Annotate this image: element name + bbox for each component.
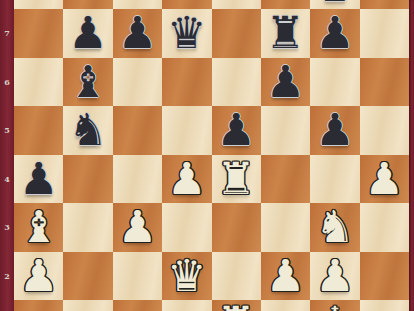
white-pawn-piece[interactable]: ♟ [310, 252, 359, 301]
square-d7[interactable]: ♛ [162, 9, 211, 58]
rank-label-4: 4 [0, 174, 14, 184]
square-f3[interactable] [261, 203, 310, 252]
square-h8[interactable] [360, 0, 409, 9]
square-g1[interactable]: ♚ [310, 300, 359, 311]
square-f8[interactable] [261, 0, 310, 9]
square-f2[interactable]: ♟ [261, 252, 310, 301]
square-c2[interactable] [113, 252, 162, 301]
white-rook-piece[interactable]: ♜ [212, 300, 261, 311]
square-a2[interactable]: ♟ [14, 252, 63, 301]
square-b6[interactable]: ♝ [63, 58, 112, 107]
square-g2[interactable]: ♟ [310, 252, 359, 301]
square-c6[interactable] [113, 58, 162, 107]
square-e3[interactable] [212, 203, 261, 252]
square-f6[interactable]: ♟ [261, 58, 310, 107]
square-c5[interactable] [113, 106, 162, 155]
white-queen-piece[interactable]: ♛ [162, 252, 211, 301]
square-d2[interactable]: ♛ [162, 252, 211, 301]
black-pawn-piece[interactable]: ♟ [113, 9, 162, 58]
rank-label-6: 6 [0, 77, 14, 87]
square-g6[interactable] [310, 58, 359, 107]
square-e2[interactable] [212, 252, 261, 301]
square-e6[interactable] [212, 58, 261, 107]
board-right-border [409, 0, 414, 311]
square-h5[interactable] [360, 106, 409, 155]
black-queen-piece[interactable]: ♛ [162, 9, 211, 58]
chess-board: ♚♟♟♛♜♟♝♟♞♟♟♟♟♜♟♝♟♞♟♛♟♟♜♚ [14, 0, 409, 311]
square-g5[interactable]: ♟ [310, 106, 359, 155]
square-e7[interactable] [212, 9, 261, 58]
rank-label-7: 7 [0, 28, 14, 38]
black-knight-piece[interactable]: ♞ [63, 106, 112, 155]
square-h6[interactable] [360, 58, 409, 107]
square-e4[interactable]: ♜ [212, 155, 261, 204]
square-c8[interactable] [113, 0, 162, 9]
white-rook-piece[interactable]: ♜ [212, 155, 261, 204]
black-pawn-piece[interactable]: ♟ [212, 106, 261, 155]
square-c1[interactable] [113, 300, 162, 311]
square-c3[interactable]: ♟ [113, 203, 162, 252]
black-pawn-piece[interactable]: ♟ [261, 58, 310, 107]
white-bishop-piece[interactable]: ♝ [14, 203, 63, 252]
white-pawn-piece[interactable]: ♟ [14, 252, 63, 301]
square-e1[interactable]: ♜ [212, 300, 261, 311]
white-pawn-piece[interactable]: ♟ [261, 252, 310, 301]
rank-label-5: 5 [0, 125, 14, 135]
square-f4[interactable] [261, 155, 310, 204]
square-g4[interactable] [310, 155, 359, 204]
square-e5[interactable]: ♟ [212, 106, 261, 155]
square-e8[interactable] [212, 0, 261, 9]
square-b7[interactable]: ♟ [63, 9, 112, 58]
square-d4[interactable]: ♟ [162, 155, 211, 204]
white-king-piece[interactable]: ♚ [310, 300, 359, 311]
square-h1[interactable] [360, 300, 409, 311]
chess-board-screenshot: ♚♟♟♛♜♟♝♟♞♟♟♟♟♜♟♝♟♞♟♛♟♟♜♚ 765432 [0, 0, 414, 311]
black-rook-piece[interactable]: ♜ [261, 9, 310, 58]
square-h4[interactable]: ♟ [360, 155, 409, 204]
square-g7[interactable]: ♟ [310, 9, 359, 58]
white-knight-piece[interactable]: ♞ [310, 203, 359, 252]
black-king-piece[interactable]: ♚ [310, 0, 359, 9]
square-d8[interactable] [162, 0, 211, 9]
square-b2[interactable] [63, 252, 112, 301]
board-left-border [0, 0, 14, 311]
black-pawn-piece[interactable]: ♟ [63, 9, 112, 58]
square-b1[interactable] [63, 300, 112, 311]
black-bishop-piece[interactable]: ♝ [63, 58, 112, 107]
square-a8[interactable] [14, 0, 63, 9]
square-a4[interactable]: ♟ [14, 155, 63, 204]
square-h3[interactable] [360, 203, 409, 252]
square-b4[interactable] [63, 155, 112, 204]
square-g3[interactable]: ♞ [310, 203, 359, 252]
square-f1[interactable] [261, 300, 310, 311]
square-a5[interactable] [14, 106, 63, 155]
square-c7[interactable]: ♟ [113, 9, 162, 58]
square-b8[interactable] [63, 0, 112, 9]
square-d6[interactable] [162, 58, 211, 107]
square-a3[interactable]: ♝ [14, 203, 63, 252]
square-h2[interactable] [360, 252, 409, 301]
black-pawn-piece[interactable]: ♟ [310, 9, 359, 58]
square-c4[interactable] [113, 155, 162, 204]
rank-label-2: 2 [0, 271, 14, 281]
square-g8[interactable]: ♚ [310, 0, 359, 9]
black-pawn-piece[interactable]: ♟ [310, 106, 359, 155]
square-a1[interactable] [14, 300, 63, 311]
square-d1[interactable] [162, 300, 211, 311]
square-b5[interactable]: ♞ [63, 106, 112, 155]
square-h7[interactable] [360, 9, 409, 58]
rank-label-3: 3 [0, 222, 14, 232]
square-d5[interactable] [162, 106, 211, 155]
square-f5[interactable] [261, 106, 310, 155]
black-pawn-piece[interactable]: ♟ [14, 155, 63, 204]
square-f7[interactable]: ♜ [261, 9, 310, 58]
square-b3[interactable] [63, 203, 112, 252]
square-d3[interactable] [162, 203, 211, 252]
square-a7[interactable] [14, 9, 63, 58]
white-pawn-piece[interactable]: ♟ [113, 203, 162, 252]
white-pawn-piece[interactable]: ♟ [360, 155, 409, 204]
square-a6[interactable] [14, 58, 63, 107]
white-pawn-piece[interactable]: ♟ [162, 155, 211, 204]
